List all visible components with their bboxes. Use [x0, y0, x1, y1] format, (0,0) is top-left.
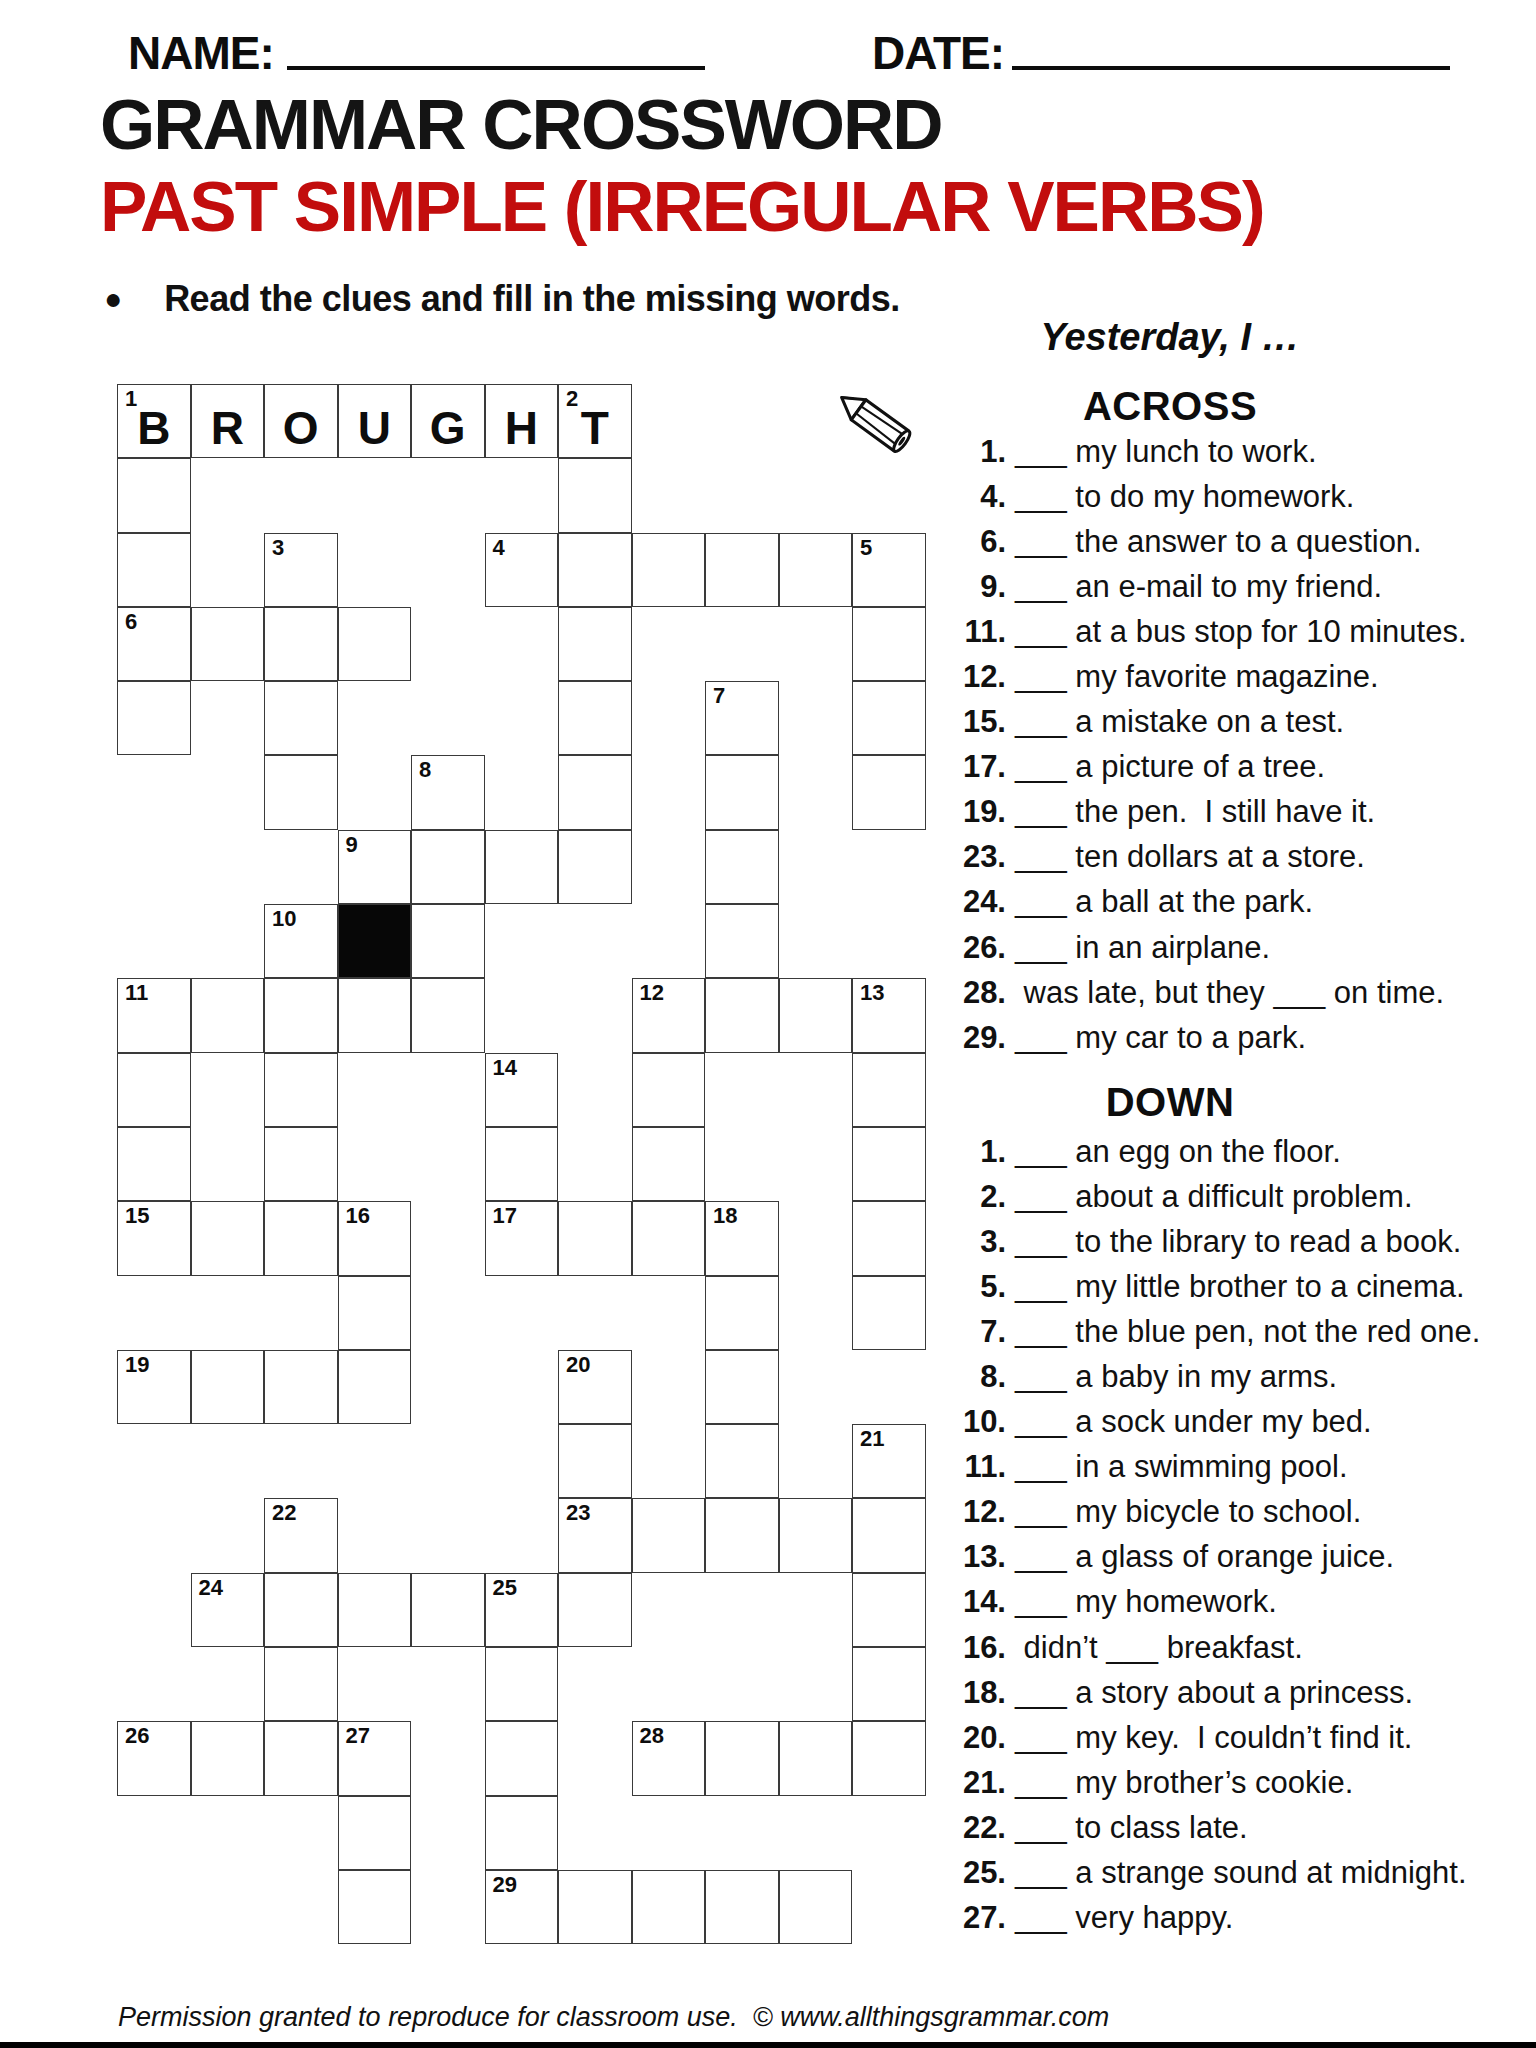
cell-number: 9	[346, 833, 358, 857]
clue-text: ___ the blue pen, not the red one.	[1015, 1314, 1480, 1350]
grid-cell[interactable]	[264, 978, 338, 1052]
grid-cell[interactable]: 21	[852, 1424, 926, 1498]
clue-number: 23.	[950, 839, 1006, 875]
clue-text: ___ my little brother to a cinema.	[1015, 1269, 1465, 1305]
grid-cell[interactable]	[779, 1498, 853, 1572]
grid-cell[interactable]	[264, 1573, 338, 1647]
clue-number: 28.	[950, 975, 1006, 1011]
grid-cell[interactable]	[705, 1350, 779, 1424]
grid-cell[interactable]: R	[191, 384, 265, 458]
instruction-row: ● Read the clues and fill in the missing…	[104, 278, 900, 320]
grid-cell[interactable]	[338, 1870, 412, 1944]
cell-number: 28	[640, 1724, 664, 1748]
clue-row: 16. didn’t ___ breakfast.	[950, 1630, 1510, 1675]
grid-cell[interactable]	[852, 1647, 926, 1721]
grid-cell[interactable]	[852, 1201, 926, 1275]
clue-number: 25.	[950, 1855, 1006, 1891]
clue-text: ___ my favorite magazine.	[1015, 659, 1379, 695]
cell-number: 7	[713, 684, 725, 708]
worksheet-subtitle: PAST SIMPLE (IRREGULAR VERBS)	[100, 166, 1264, 247]
clue-text: ___ about a difficult problem.	[1015, 1179, 1413, 1215]
clue-row: 13.___ a glass of orange juice.	[950, 1539, 1510, 1584]
grid-cell[interactable]: 9	[338, 830, 412, 904]
grid-cell[interactable]	[264, 1201, 338, 1275]
grid-cell[interactable]	[117, 533, 191, 607]
grid-cell[interactable]	[632, 533, 706, 607]
clue-number: 26.	[950, 930, 1006, 966]
instruction-text: Read the clues and fill in the missing w…	[164, 278, 900, 320]
cell-number: 21	[860, 1427, 884, 1451]
grid-cell[interactable]	[705, 1870, 779, 1944]
grid-cell[interactable]	[558, 607, 632, 681]
grid-cell[interactable]	[264, 607, 338, 681]
grid-cell[interactable]	[485, 1647, 559, 1721]
clue-number: 12.	[950, 1494, 1006, 1530]
grid-cell[interactable]	[411, 904, 485, 978]
grid-cell[interactable]	[264, 755, 338, 829]
grid-cell[interactable]: 26	[117, 1721, 191, 1795]
clue-text: ___ a picture of a tree.	[1015, 749, 1325, 785]
grid-cell[interactable]: 22	[264, 1498, 338, 1572]
cell-number: 24	[199, 1576, 223, 1600]
clue-number: 10.	[950, 1404, 1006, 1440]
grid-cell[interactable]: 6	[117, 607, 191, 681]
cell-letter: B	[118, 399, 190, 457]
clue-text: didn’t ___ breakfast.	[1015, 1630, 1303, 1666]
grid-cell[interactable]	[485, 1796, 559, 1870]
grid-cell[interactable]: 16	[338, 1201, 412, 1275]
clue-text: ___ an e-mail to my friend.	[1015, 569, 1382, 605]
grid-cell[interactable]	[852, 1573, 926, 1647]
date-blank-line	[1012, 66, 1450, 70]
grid-cell[interactable]	[485, 1721, 559, 1795]
down-heading: DOWN	[950, 1080, 1390, 1125]
clue-row: 7.___ the blue pen, not the red one.	[950, 1314, 1510, 1359]
clue-number: 16.	[950, 1630, 1006, 1666]
grid-cell[interactable]	[264, 1721, 338, 1795]
grid-cell[interactable]: 17	[485, 1201, 559, 1275]
grid-cell[interactable]	[632, 1870, 706, 1944]
grid-cell[interactable]: 8	[411, 755, 485, 829]
cell-number: 20	[566, 1353, 590, 1377]
grid-cell[interactable]: 12	[632, 978, 706, 1052]
grid-cell[interactable]: 18	[705, 1201, 779, 1275]
grid-cell[interactable]	[485, 830, 559, 904]
clue-row: 4.___ to do my homework.	[950, 479, 1510, 524]
grid-cell[interactable]	[264, 1053, 338, 1127]
clue-row: 19.___ the pen. I still have it.	[950, 794, 1510, 839]
grid-cell[interactable]	[191, 978, 265, 1052]
clue-text: was late, but they ___ on time.	[1015, 975, 1444, 1011]
across-clue-list: 1.___ my lunch to work.4.___ to do my ho…	[950, 434, 1510, 1065]
grid-cell[interactable]	[558, 1573, 632, 1647]
clue-number: 27.	[950, 1900, 1006, 1936]
clue-row: 14.___ my homework.	[950, 1584, 1510, 1629]
grid-cell[interactable]: O	[264, 384, 338, 458]
clue-text: ___ my homework.	[1015, 1584, 1277, 1620]
clue-number: 9.	[950, 569, 1006, 605]
cell-number: 3	[272, 536, 284, 560]
grid-cell[interactable]	[338, 1350, 412, 1424]
footer-text: Permission granted to reproduce for clas…	[118, 2002, 1109, 2033]
cell-number: 11	[125, 981, 148, 1005]
clue-number: 29.	[950, 1020, 1006, 1056]
clue-text: ___ a sock under my bed.	[1015, 1404, 1372, 1440]
clue-text: ___ ten dollars at a store.	[1015, 839, 1365, 875]
date-label: DATE:	[872, 26, 1004, 80]
grid-cell[interactable]	[411, 978, 485, 1052]
clue-row: 8.___ a baby in my arms.	[950, 1359, 1510, 1404]
grid-cell[interactable]: 23	[558, 1498, 632, 1572]
cell-number: 23	[566, 1501, 590, 1525]
cell-number: 22	[272, 1501, 296, 1525]
grid-cell[interactable]	[485, 1127, 559, 1201]
clue-row: 23.___ ten dollars at a store.	[950, 839, 1510, 884]
grid-cell[interactable]	[191, 607, 265, 681]
clue-number: 12.	[950, 659, 1006, 695]
clue-number: 17.	[950, 749, 1006, 785]
grid-cell[interactable]	[558, 681, 632, 755]
grid-cell[interactable]	[558, 458, 632, 532]
grid-cell[interactable]	[264, 1647, 338, 1721]
grid-cell[interactable]: H	[485, 384, 559, 458]
cell-number: 8	[419, 758, 431, 782]
clue-row: 18.___ a story about a princess.	[950, 1675, 1510, 1720]
clue-number: 19.	[950, 794, 1006, 830]
cell-number: 14	[493, 1056, 517, 1080]
grid-cell[interactable]	[852, 1721, 926, 1795]
grid-cell[interactable]	[852, 681, 926, 755]
cell-letter: H	[486, 399, 558, 457]
cell-number: 4	[493, 536, 505, 560]
across-heading: ACROSS	[950, 384, 1390, 429]
clue-number: 8.	[950, 1359, 1006, 1395]
clue-row: 1.___ my lunch to work.	[950, 434, 1510, 479]
grid-cell[interactable]: 28	[632, 1721, 706, 1795]
clue-row: 2.___ about a difficult problem.	[950, 1179, 1510, 1224]
grid-cell[interactable]: 10	[264, 904, 338, 978]
name-blank-line	[287, 66, 705, 70]
grid-cell[interactable]: 5	[852, 533, 926, 607]
clue-number: 2.	[950, 1179, 1006, 1215]
clue-number: 13.	[950, 1539, 1006, 1575]
clue-text: ___ an egg on the floor.	[1015, 1134, 1341, 1170]
grid-cell[interactable]	[852, 1276, 926, 1350]
grid-cell[interactable]	[191, 1350, 265, 1424]
grid-cell[interactable]	[705, 1424, 779, 1498]
grid-cell[interactable]: 2T	[558, 384, 632, 458]
clue-number: 1.	[950, 434, 1006, 470]
clue-row: 25.___ a strange sound at midnight.	[950, 1855, 1510, 1900]
cell-number: 6	[125, 610, 137, 634]
clue-text: ___ very happy.	[1015, 1900, 1233, 1936]
grid-cell[interactable]	[632, 1127, 706, 1201]
grid-cell[interactable]: 7	[705, 681, 779, 755]
clue-row: 26.___ in an airplane.	[950, 930, 1510, 975]
grid-cell[interactable]	[705, 755, 779, 829]
clue-text: ___ a mistake on a test.	[1015, 704, 1344, 740]
grid-cell[interactable]: 19	[117, 1350, 191, 1424]
clue-text: ___ a story about a princess.	[1015, 1675, 1413, 1711]
grid-cell[interactable]	[852, 1127, 926, 1201]
clue-row: 9.___ an e-mail to my friend.	[950, 569, 1510, 614]
clue-number: 3.	[950, 1224, 1006, 1260]
page-bottom-edge	[0, 2042, 1536, 2048]
black-cell	[338, 904, 412, 978]
grid-cell[interactable]	[558, 1424, 632, 1498]
clue-text: ___ my brother’s cookie.	[1015, 1765, 1353, 1801]
clue-row: 1.___ an egg on the floor.	[950, 1134, 1510, 1179]
clue-row: 10.___ a sock under my bed.	[950, 1404, 1510, 1449]
grid-cell[interactable]: 24	[191, 1573, 265, 1647]
grid-cell[interactable]	[558, 1870, 632, 1944]
clue-text: ___ the pen. I still have it.	[1015, 794, 1375, 830]
clue-row: 12.___ my bicycle to school.	[950, 1494, 1510, 1539]
grid-cell[interactable]	[632, 1053, 706, 1127]
cell-letter: T	[559, 399, 631, 457]
clue-row: 27.___ very happy.	[950, 1900, 1510, 1945]
clue-number: 11.	[950, 614, 1006, 650]
clue-number: 20.	[950, 1720, 1006, 1756]
grid-cell[interactable]	[632, 1498, 706, 1572]
cell-number: 25	[493, 1576, 517, 1600]
clue-text: ___ a strange sound at midnight.	[1015, 1855, 1467, 1891]
cell-number: 16	[346, 1204, 370, 1228]
clue-row: 29.___ my car to a park.	[950, 1020, 1510, 1065]
clue-row: 24.___ a ball at the park.	[950, 884, 1510, 929]
clue-number: 15.	[950, 704, 1006, 740]
grid-cell[interactable]: 29	[485, 1870, 559, 1944]
grid-cell[interactable]: 13	[852, 978, 926, 1052]
cell-number: 13	[860, 981, 884, 1005]
grid-cell[interactable]	[338, 1796, 412, 1870]
clue-row: 6.___ the answer to a question.	[950, 524, 1510, 569]
clue-row: 12.___ my favorite magazine.	[950, 659, 1510, 704]
cell-letter: R	[192, 399, 264, 457]
worksheet-title: GRAMMAR CROSSWORD	[100, 84, 942, 165]
grid-cell[interactable]	[558, 533, 632, 607]
grid-cell[interactable]	[264, 1127, 338, 1201]
clue-number: 22.	[950, 1810, 1006, 1846]
clue-row: 17.___ a picture of a tree.	[950, 749, 1510, 794]
clue-number: 24.	[950, 884, 1006, 920]
pencil-icon	[826, 380, 922, 462]
grid-cell[interactable]	[632, 1201, 706, 1275]
clue-number: 11.	[950, 1449, 1006, 1485]
clue-text: ___ a ball at the park.	[1015, 884, 1313, 920]
grid-cell[interactable]: 27	[338, 1721, 412, 1795]
clue-text: ___ my lunch to work.	[1015, 434, 1317, 470]
grid-cell[interactable]	[338, 1276, 412, 1350]
grid-cell[interactable]: 25	[485, 1573, 559, 1647]
grid-cell[interactable]: 1B	[117, 384, 191, 458]
grid-cell[interactable]	[558, 755, 632, 829]
clue-number: 7.	[950, 1314, 1006, 1350]
grid-cell[interactable]	[705, 533, 779, 607]
cell-letter: U	[339, 399, 411, 457]
clue-text: ___ to do my homework.	[1015, 479, 1354, 515]
clue-number: 1.	[950, 1134, 1006, 1170]
clue-text: ___ at a bus stop for 10 minutes.	[1015, 614, 1467, 650]
cell-number: 27	[346, 1724, 370, 1748]
grid-cell[interactable]: 20	[558, 1350, 632, 1424]
clue-row: 15.___ a mistake on a test.	[950, 704, 1510, 749]
grid-cell[interactable]: 15	[117, 1201, 191, 1275]
grid-cell[interactable]	[191, 1721, 265, 1795]
clue-number: 18.	[950, 1675, 1006, 1711]
bullet-icon: ●	[104, 284, 122, 314]
cell-number: 26	[125, 1724, 149, 1748]
grid-cell[interactable]	[705, 1498, 779, 1572]
clue-text: ___ a glass of orange juice.	[1015, 1539, 1394, 1575]
cell-number: 18	[713, 1204, 737, 1228]
clue-text: ___ the answer to a question.	[1015, 524, 1422, 560]
clue-text: ___ to class late.	[1015, 1810, 1248, 1846]
clue-number: 14.	[950, 1584, 1006, 1620]
grid-cell[interactable]	[191, 1201, 265, 1275]
grid-cell[interactable]	[338, 607, 412, 681]
grid-cell[interactable]	[411, 1573, 485, 1647]
clue-row: 11.___ in a swimming pool.	[950, 1449, 1510, 1494]
grid-cell[interactable]: 4	[485, 533, 559, 607]
cell-number: 17	[493, 1204, 517, 1228]
grid-cell[interactable]	[852, 1498, 926, 1572]
grid-cell[interactable]: 11	[117, 978, 191, 1052]
grid-cell[interactable]	[852, 1053, 926, 1127]
grid-cell[interactable]	[705, 1721, 779, 1795]
grid-cell[interactable]: 3	[264, 533, 338, 607]
clue-text: ___ a baby in my arms.	[1015, 1359, 1337, 1395]
clue-row: 3.___ to the library to read a book.	[950, 1224, 1510, 1269]
cell-number: 12	[640, 981, 664, 1005]
grid-cell[interactable]	[779, 978, 853, 1052]
grid-cell[interactable]	[779, 1870, 853, 1944]
grid-cell[interactable]	[779, 533, 853, 607]
cell-letter: O	[265, 399, 337, 457]
clue-row: 28. was late, but they ___ on time.	[950, 975, 1510, 1020]
grid-cell[interactable]	[705, 904, 779, 978]
name-label: NAME:	[128, 26, 274, 80]
grid-cell[interactable]	[705, 830, 779, 904]
grid-cell[interactable]	[117, 681, 191, 755]
cell-letter: G	[412, 399, 484, 457]
clue-number: 5.	[950, 1269, 1006, 1305]
clue-row: 11.___ at a bus stop for 10 minutes.	[950, 614, 1510, 659]
clue-text: ___ to the library to read a book.	[1015, 1224, 1461, 1260]
cell-number: 10	[272, 907, 296, 931]
clue-number: 6.	[950, 524, 1006, 560]
grid-cell[interactable]	[117, 458, 191, 532]
cell-number: 15	[125, 1204, 149, 1228]
clue-text: ___ my car to a park.	[1015, 1020, 1306, 1056]
crossword-grid: 1BROUGH2T3456789101112131415161718192021…	[117, 384, 926, 1944]
grid-cell[interactable]	[117, 1127, 191, 1201]
grid-cell[interactable]: U	[338, 384, 412, 458]
grid-cell[interactable]	[705, 1276, 779, 1350]
clue-row: 20.___ my key. I couldn’t find it.	[950, 1720, 1510, 1765]
clue-text: ___ my key. I couldn’t find it.	[1015, 1720, 1412, 1756]
grid-cell[interactable]	[117, 1053, 191, 1127]
grid-cell[interactable]	[705, 978, 779, 1052]
grid-cell[interactable]	[411, 830, 485, 904]
clue-text: ___ in a swimming pool.	[1015, 1449, 1348, 1485]
grid-cell[interactable]	[852, 607, 926, 681]
clue-text: ___ in an airplane.	[1015, 930, 1270, 966]
grid-cell[interactable]	[264, 1350, 338, 1424]
down-clue-list: 1.___ an egg on the floor.2.___ about a …	[950, 1134, 1510, 1945]
cell-number: 5	[860, 536, 872, 560]
clue-row: 5.___ my little brother to a cinema.	[950, 1269, 1510, 1314]
grid-cell[interactable]	[338, 978, 412, 1052]
grid-cell[interactable]	[558, 1201, 632, 1275]
grid-cell[interactable]: 14	[485, 1053, 559, 1127]
grid-cell[interactable]	[779, 1721, 853, 1795]
grid-cell[interactable]	[852, 755, 926, 829]
cell-number: 29	[493, 1873, 517, 1897]
grid-cell[interactable]	[338, 1573, 412, 1647]
clue-row: 22.___ to class late.	[950, 1810, 1510, 1855]
clue-text: ___ my bicycle to school.	[1015, 1494, 1361, 1530]
clue-row: 21.___ my brother’s cookie.	[950, 1765, 1510, 1810]
grid-cell[interactable]	[558, 830, 632, 904]
grid-cell[interactable]	[264, 681, 338, 755]
clue-number: 21.	[950, 1765, 1006, 1801]
grid-cell[interactable]: G	[411, 384, 485, 458]
cell-number: 19	[125, 1353, 149, 1377]
clue-number: 4.	[950, 479, 1006, 515]
clues-subtitle: Yesterday, I …	[950, 316, 1390, 359]
